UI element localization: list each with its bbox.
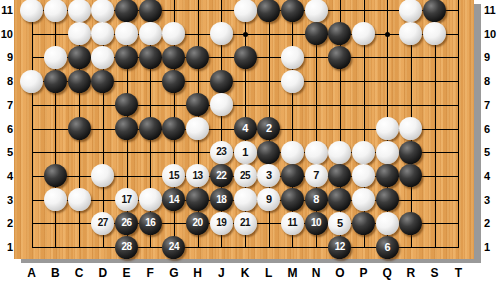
row-label-left-9: 9 [0, 49, 13, 65]
move-number-label: 28 [121, 242, 131, 252]
stone-C9 [68, 46, 91, 69]
stone-M5 [281, 141, 304, 164]
move-number-label: 8 [313, 194, 319, 205]
stone-R2 [399, 212, 422, 235]
move-number-label: 16 [145, 218, 155, 228]
stone-O9 [328, 46, 351, 69]
move-number-label: 5 [337, 218, 343, 229]
stone-Q3 [376, 188, 399, 211]
stone-K9 [234, 46, 257, 69]
stone-M4 [281, 164, 304, 187]
stone-D2-move-27: 27 [91, 212, 114, 235]
move-number-label: 11 [288, 218, 298, 228]
move-number-label: 6 [384, 242, 390, 253]
stone-M2-move-11: 11 [281, 212, 304, 235]
column-label-P: P [354, 263, 374, 283]
stone-H9 [186, 46, 209, 69]
stone-B11 [44, 0, 67, 22]
stone-F6 [139, 117, 162, 140]
stone-N4-move-7: 7 [305, 164, 328, 187]
row-label-right-3: 3 [484, 192, 500, 208]
stone-E2-move-26: 26 [115, 212, 138, 235]
row-label-left-3: 3 [0, 192, 13, 208]
stone-K6-move-4: 4 [234, 117, 257, 140]
move-number-label: 2 [266, 123, 272, 134]
move-number-label: 22 [216, 171, 226, 181]
stone-H4-move-13: 13 [186, 164, 209, 187]
grid-line-col-T [458, 0, 459, 248]
stone-O10 [328, 22, 351, 45]
stone-N11 [305, 0, 328, 22]
stone-C10 [68, 22, 91, 45]
move-number-label: 18 [216, 195, 226, 205]
stone-M9 [281, 46, 304, 69]
column-label-E: E [117, 263, 137, 283]
stone-O4 [328, 164, 351, 187]
column-label-G: G [164, 263, 184, 283]
stone-N5 [305, 141, 328, 164]
stone-Q1-move-6: 6 [376, 236, 399, 259]
stone-Q4 [376, 164, 399, 187]
stone-J2-move-19: 19 [210, 212, 233, 235]
stone-D10 [91, 22, 114, 45]
stone-R11 [399, 0, 422, 22]
stone-E3-move-17: 17 [115, 188, 138, 211]
move-number-label: 23 [216, 147, 226, 157]
column-label-F: F [140, 263, 160, 283]
stone-K5-move-1: 1 [234, 141, 257, 164]
stone-H3 [186, 188, 209, 211]
stone-Q2 [376, 212, 399, 235]
column-label-O: O [330, 263, 350, 283]
stone-Q5 [376, 141, 399, 164]
move-number-label: 10 [311, 218, 321, 228]
row-label-left-5: 5 [0, 144, 13, 160]
row-label-left-4: 4 [0, 168, 13, 184]
star-point-Q10 [385, 32, 390, 37]
move-number-label: 7 [313, 170, 319, 181]
column-label-R: R [401, 263, 421, 283]
move-number-label: 3 [266, 170, 272, 181]
row-label-right-1: 1 [484, 239, 500, 255]
move-number-label: 21 [240, 218, 250, 228]
row-label-right-11: 11 [484, 2, 500, 18]
row-label-left-10: 10 [0, 26, 13, 42]
row-label-right-9: 9 [484, 49, 500, 65]
stone-N10 [305, 22, 328, 45]
stone-L3-move-9: 9 [257, 188, 280, 211]
column-label-C: C [69, 263, 89, 283]
stone-J5-move-23: 23 [210, 141, 233, 164]
stone-P2 [352, 212, 375, 235]
move-number-label: 14 [169, 195, 179, 205]
column-label-M: M [282, 263, 302, 283]
stone-F9 [139, 46, 162, 69]
stone-K11 [234, 0, 257, 22]
stone-D9 [91, 46, 114, 69]
stone-G3-move-14: 14 [162, 188, 185, 211]
stone-C11 [68, 0, 91, 22]
column-label-B: B [45, 263, 65, 283]
stone-L11 [257, 0, 280, 22]
row-label-left-2: 2 [0, 215, 13, 231]
stone-G8 [162, 70, 185, 93]
row-label-left-6: 6 [0, 121, 13, 137]
row-label-right-7: 7 [484, 97, 500, 113]
stone-N3-move-8: 8 [305, 188, 328, 211]
stone-H6 [186, 117, 209, 140]
row-label-right-5: 5 [484, 144, 500, 160]
stone-A8 [20, 70, 43, 93]
row-label-left-8: 8 [0, 73, 13, 89]
stone-G1-move-24: 24 [162, 236, 185, 259]
grid-line-row-7 [32, 105, 460, 106]
stone-P3 [352, 188, 375, 211]
row-label-right-6: 6 [484, 121, 500, 137]
stone-C3 [68, 188, 91, 211]
move-number-label: 13 [193, 171, 203, 181]
stone-G10 [162, 22, 185, 45]
stone-P4 [352, 164, 375, 187]
stone-H2-move-20: 20 [186, 212, 209, 235]
go-diagram-window: 4223115132225371714189827261620192111105… [0, 0, 500, 284]
stone-M8 [281, 70, 304, 93]
stone-O5 [328, 141, 351, 164]
stone-B3 [44, 188, 67, 211]
stone-D11 [91, 0, 114, 22]
stone-P5 [352, 141, 375, 164]
stone-M3 [281, 188, 304, 211]
row-label-right-4: 4 [484, 168, 500, 184]
stone-J10 [210, 22, 233, 45]
stone-L4-move-3: 3 [257, 164, 280, 187]
stone-O2-move-5: 5 [328, 212, 351, 235]
move-number-label: 27 [98, 218, 108, 228]
stone-S11 [423, 0, 446, 22]
stone-F2-move-16: 16 [139, 212, 162, 235]
stone-O3 [328, 188, 351, 211]
column-label-J: J [211, 263, 231, 283]
row-label-left-1: 1 [0, 239, 13, 255]
stone-F3 [139, 188, 162, 211]
stone-C8 [68, 70, 91, 93]
column-label-Q: Q [377, 263, 397, 283]
stone-P10 [352, 22, 375, 45]
stone-J4-move-22: 22 [210, 164, 233, 187]
column-label-H: H [188, 263, 208, 283]
stone-K3 [234, 188, 257, 211]
stone-K4-move-25: 25 [234, 164, 257, 187]
stone-F11 [139, 0, 162, 22]
star-point-K10 [243, 32, 248, 37]
stone-E7 [115, 93, 138, 116]
go-board[interactable]: 4223115132225371714189827261620192111105… [14, 0, 474, 259]
column-label-S: S [425, 263, 445, 283]
stone-J7 [210, 93, 233, 116]
stone-A11 [20, 0, 43, 22]
stone-E1-move-28: 28 [115, 236, 138, 259]
move-number-label: 15 [169, 171, 179, 181]
move-number-label: 9 [266, 194, 272, 205]
column-label-T: T [448, 263, 468, 283]
stone-M11 [281, 0, 304, 22]
move-number-label: 20 [193, 218, 203, 228]
stone-G4-move-15: 15 [162, 164, 185, 187]
move-number-label: 1 [242, 147, 248, 158]
stone-G6 [162, 117, 185, 140]
stone-J8 [210, 70, 233, 93]
stone-E11 [115, 0, 138, 22]
stone-Q6 [376, 117, 399, 140]
stone-D8 [91, 70, 114, 93]
column-label-K: K [235, 263, 255, 283]
stone-R4 [399, 164, 422, 187]
grid-line-col-A [32, 0, 33, 248]
stone-D4 [91, 164, 114, 187]
row-label-right-2: 2 [484, 215, 500, 231]
stone-E6 [115, 117, 138, 140]
column-label-N: N [306, 263, 326, 283]
row-label-right-8: 8 [484, 73, 500, 89]
move-number-label: 19 [216, 218, 226, 228]
stone-L5 [257, 141, 280, 164]
stone-F10 [139, 22, 162, 45]
stone-G9 [162, 46, 185, 69]
stone-S10 [423, 22, 446, 45]
stone-R5 [399, 141, 422, 164]
stone-B8 [44, 70, 67, 93]
row-label-right-10: 10 [484, 26, 500, 42]
stone-E9 [115, 46, 138, 69]
row-label-left-11: 11 [0, 2, 13, 18]
row-label-left-7: 7 [0, 97, 13, 113]
stone-J3-move-18: 18 [210, 188, 233, 211]
stone-O1-move-12: 12 [328, 236, 351, 259]
stone-L6-move-2: 2 [257, 117, 280, 140]
column-label-D: D [93, 263, 113, 283]
column-label-L: L [259, 263, 279, 283]
move-number-label: 4 [242, 123, 248, 134]
move-number-label: 26 [121, 218, 131, 228]
column-label-A: A [22, 263, 42, 283]
stone-H7 [186, 93, 209, 116]
move-number-label: 17 [121, 195, 131, 205]
stone-B9 [44, 46, 67, 69]
stone-R10 [399, 22, 422, 45]
stone-R6 [399, 117, 422, 140]
move-number-label: 24 [169, 242, 179, 252]
stone-C6 [68, 117, 91, 140]
move-number-label: 12 [335, 242, 345, 252]
stone-E10 [115, 22, 138, 45]
move-number-label: 25 [240, 171, 250, 181]
stone-B4 [44, 164, 67, 187]
stone-K2-move-21: 21 [234, 212, 257, 235]
stone-N2-move-10: 10 [305, 212, 328, 235]
